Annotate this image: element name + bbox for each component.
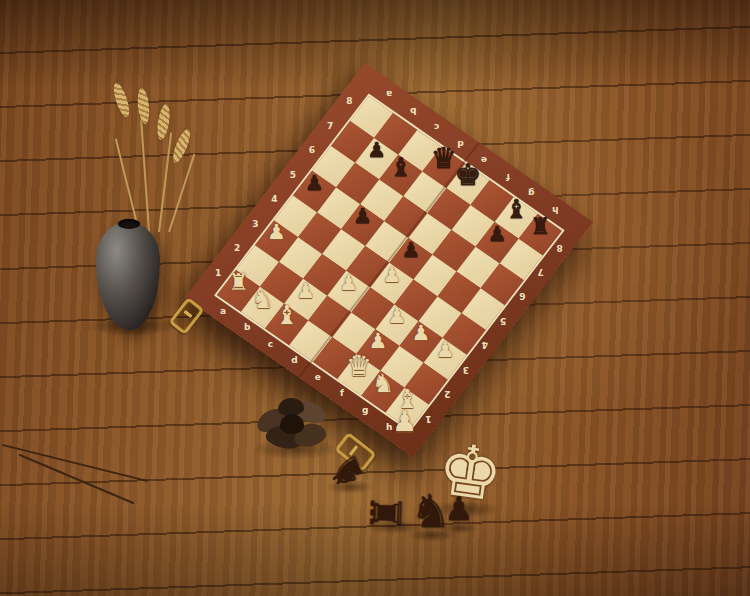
coord-label-8: 8 (552, 233, 568, 263)
coord-label-b: b (232, 319, 262, 335)
coord-label-5: 5 (285, 160, 301, 190)
coord-label-g: g (517, 185, 547, 201)
flower-wire (19, 454, 135, 505)
coord-label-1: 1 (421, 404, 437, 434)
photo-scene: { "game": "chess", "scene_caption": "Fol… (0, 0, 750, 596)
coord-label-g: g (350, 402, 380, 418)
white-pawn-corner: ♟ (392, 408, 417, 436)
black-pawn-g7: ♟ (480, 217, 514, 251)
white-pawn-e4: ♟ (375, 258, 409, 292)
coord-label-b: b (398, 102, 428, 118)
coord-label-1: 1 (210, 257, 226, 287)
white-bishop-c1: ♝ (270, 298, 304, 332)
flower-bud (280, 414, 304, 434)
coord-label-3: 3 (248, 208, 264, 238)
coord-label-e: e (469, 152, 499, 168)
coord-label-6: 6 (514, 282, 530, 312)
black-pawn-floor: ♟ (444, 492, 474, 525)
coord-label-4: 4 (266, 184, 282, 214)
coord-label-h: h (540, 201, 570, 217)
dried-flower (252, 388, 332, 456)
coord-label-4: 4 (477, 331, 493, 361)
coord-label-7: 7 (323, 111, 339, 141)
wheat-head (170, 127, 194, 164)
coord-label-f: f (493, 168, 523, 184)
wheat-head (136, 88, 151, 125)
wheat-stem (168, 154, 195, 233)
coord-label-c: c (422, 119, 452, 135)
coord-label-7: 7 (533, 258, 549, 288)
wheat-head (111, 81, 133, 119)
wheat-stem (158, 133, 172, 232)
coord-label-a: a (208, 303, 238, 319)
coord-label-8: 8 (341, 86, 357, 116)
chess-board: ♛♚♝♜♟♝♟♟♟♟♟♟♟♟♟♟♟♟♜♞♝♛♞♝ abcdefgh abcdef… (185, 63, 593, 457)
coord-label-c: c (256, 336, 286, 352)
coord-label-d: d (445, 135, 475, 151)
coord-label-2: 2 (229, 233, 245, 263)
coord-label-5: 5 (496, 306, 512, 336)
coord-label-e: e (303, 369, 333, 385)
coord-label-d: d (279, 352, 309, 368)
black-pawn-c5: ♟ (346, 199, 380, 233)
coord-label-a: a (374, 86, 404, 102)
black-bishop-c7: ♝ (384, 149, 418, 183)
vase-mouth (118, 219, 140, 229)
coord-label-2: 2 (439, 380, 455, 410)
wheat-stem (140, 120, 150, 232)
vase (96, 222, 160, 330)
wheat-stalks (104, 80, 204, 232)
coord-label-6: 6 (304, 135, 320, 165)
board-grid: ♛♚♝♜♟♝♟♟♟♟♟♟♟♟♟♟♟♟♜♞♝♛♞♝ (214, 94, 565, 433)
coord-label-3: 3 (458, 355, 474, 385)
black-rook-lying: ♜ (365, 493, 408, 532)
